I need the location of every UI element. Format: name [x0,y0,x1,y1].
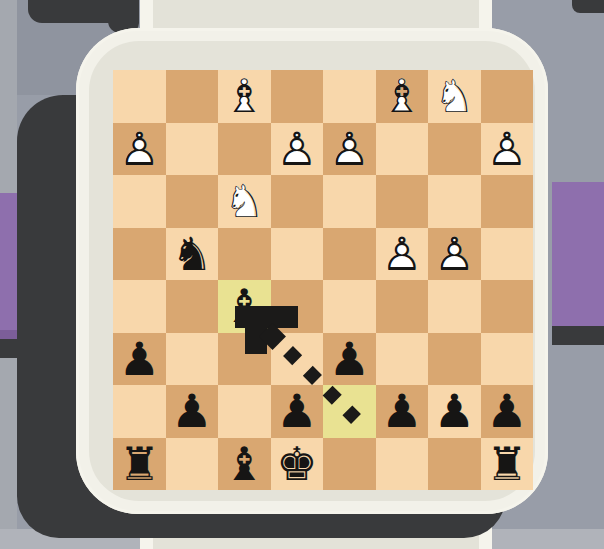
square-a6[interactable] [481,333,534,386]
square-e6[interactable] [271,333,324,386]
piece-black-pawn: ♟ [271,385,324,438]
square-c7[interactable]: ♟ [376,385,429,438]
bg-charcoal-right-strip [552,326,604,345]
square-h3[interactable] [113,175,166,228]
square-d4[interactable] [323,228,376,281]
watch-band-top [140,0,492,30]
square-b1[interactable]: ♞♘ [428,70,481,123]
square-e5[interactable] [271,280,324,333]
square-h5[interactable] [113,280,166,333]
square-h7[interactable] [113,385,166,438]
bg-charcoal-top-bar [28,0,113,23]
piece-white-pawn: ♟♙ [271,123,324,176]
square-f3[interactable]: ♞♘ [218,175,271,228]
square-c1[interactable]: ♝♗ [376,70,429,123]
square-b7[interactable]: ♟ [428,385,481,438]
square-b6[interactable] [428,333,481,386]
square-d7[interactable] [323,385,376,438]
piece-black-knight: ♞ [166,228,219,281]
watch-screen: ♝♗♝♗♞♘♟♙♟♙♟♙♟♙♞♘♞♟♙♟♙♝♟♟♟♟♟♟♟♜♝♚♜ [89,41,535,501]
square-f4[interactable] [218,228,271,281]
square-d3[interactable] [323,175,376,228]
square-b8[interactable] [428,438,481,491]
square-d5[interactable] [323,280,376,333]
bg-charcoal-topright-notch [572,0,604,13]
square-g6[interactable] [166,333,219,386]
square-a1[interactable] [481,70,534,123]
piece-black-pawn: ♟ [481,385,534,438]
piece-white-pawn: ♟♙ [376,228,429,281]
square-a5[interactable] [481,280,534,333]
piece-black-pawn: ♟ [166,385,219,438]
piece-white-bishop: ♝♗ [376,70,429,123]
piece-black-pawn: ♟ [113,333,166,386]
piece-white-bishop: ♝♗ [218,70,271,123]
piece-black-bishop: ♝ [218,438,271,491]
square-e8[interactable]: ♚ [271,438,324,491]
square-g4[interactable]: ♞ [166,228,219,281]
square-f2[interactable] [218,123,271,176]
square-h1[interactable] [113,70,166,123]
square-d8[interactable] [323,438,376,491]
square-g7[interactable]: ♟ [166,385,219,438]
square-e3[interactable] [271,175,324,228]
square-b4[interactable]: ♟♙ [428,228,481,281]
board: ♝♗♝♗♞♘♟♙♟♙♟♙♟♙♞♘♞♟♙♟♙♝♟♟♟♟♟♟♟♜♝♚♜ [113,70,533,490]
piece-white-knight: ♞♘ [218,175,271,228]
square-f1[interactable]: ♝♗ [218,70,271,123]
square-c4[interactable]: ♟♙ [376,228,429,281]
square-e1[interactable] [271,70,324,123]
square-c6[interactable] [376,333,429,386]
piece-black-king: ♚ [271,438,324,491]
square-a3[interactable] [481,175,534,228]
piece-black-pawn: ♟ [323,333,376,386]
piece-white-pawn: ♟♙ [428,228,481,281]
square-h2[interactable]: ♟♙ [113,123,166,176]
square-f8[interactable]: ♝ [218,438,271,491]
piece-white-pawn: ♟♙ [323,123,376,176]
piece-white-pawn: ♟♙ [113,123,166,176]
square-g5[interactable] [166,280,219,333]
piece-black-bishop: ♝ [218,280,271,333]
square-a4[interactable] [481,228,534,281]
piece-white-knight: ♞♘ [428,70,481,123]
piece-black-pawn: ♟ [376,385,429,438]
square-g8[interactable] [166,438,219,491]
watch-frame: ♝♗♝♗♞♘♟♙♟♙♟♙♟♙♞♘♞♟♙♟♙♝♟♟♟♟♟♟♟♜♝♚♜ [76,28,548,514]
piece-black-rook: ♜ [481,438,534,491]
square-f7[interactable] [218,385,271,438]
square-g2[interactable] [166,123,219,176]
square-c2[interactable] [376,123,429,176]
board-wrap: ♝♗♝♗♞♘♟♙♟♙♟♙♟♙♞♘♞♟♙♟♙♝♟♟♟♟♟♟♟♜♝♚♜ [113,70,533,490]
square-e4[interactable] [271,228,324,281]
square-g1[interactable] [166,70,219,123]
square-a7[interactable]: ♟ [481,385,534,438]
square-h8[interactable]: ♜ [113,438,166,491]
square-b2[interactable] [428,123,481,176]
square-c5[interactable] [376,280,429,333]
square-a8[interactable]: ♜ [481,438,534,491]
bg-purple-bar-right [552,182,604,326]
square-g3[interactable] [166,175,219,228]
square-d6[interactable]: ♟ [323,333,376,386]
piece-white-pawn: ♟♙ [481,123,534,176]
piece-black-rook: ♜ [113,438,166,491]
piece-black-pawn: ♟ [428,385,481,438]
square-h4[interactable] [113,228,166,281]
square-c8[interactable] [376,438,429,491]
scene: ♝♗♝♗♞♘♟♙♟♙♟♙♟♙♞♘♞♟♙♟♙♝♟♟♟♟♟♟♟♜♝♚♜ [0,0,604,549]
square-e2[interactable]: ♟♙ [271,123,324,176]
square-c3[interactable] [376,175,429,228]
square-b3[interactable] [428,175,481,228]
square-a2[interactable]: ♟♙ [481,123,534,176]
square-d1[interactable] [323,70,376,123]
square-f5[interactable]: ♝ [218,280,271,333]
square-b5[interactable] [428,280,481,333]
square-e7[interactable]: ♟ [271,385,324,438]
square-h6[interactable]: ♟ [113,333,166,386]
square-f6[interactable] [218,333,271,386]
square-d2[interactable]: ♟♙ [323,123,376,176]
